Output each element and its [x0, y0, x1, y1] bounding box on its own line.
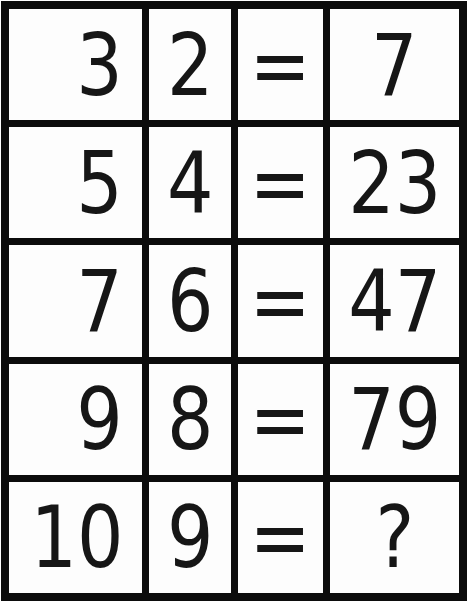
equals-sign: =	[250, 258, 311, 344]
cell-value: 7	[76, 258, 123, 344]
cell-value: 6	[167, 258, 214, 344]
cell-r1c4: 7	[330, 9, 459, 120]
cell-r4c2: 8	[149, 364, 231, 475]
cell-r2c2: 4	[149, 127, 231, 238]
cell-value: 10	[30, 494, 123, 580]
puzzle-grid: 3 2 = 7 5 4 = 23 7 6 = 47 9 8 = 79 10 9 …	[1, 1, 467, 601]
cell-r2c1: 5	[9, 127, 142, 238]
cell-value: 7	[371, 22, 418, 108]
cell-value: 79	[348, 376, 441, 462]
cell-r2c4: 23	[330, 127, 459, 238]
cell-r1c3: =	[238, 9, 323, 120]
cell-value: 9	[167, 494, 214, 580]
cell-r5c3: =	[238, 482, 323, 593]
cell-value: 4	[167, 140, 214, 226]
cell-value: 3	[76, 22, 123, 108]
cell-value: 8	[167, 376, 214, 462]
cell-r3c2: 6	[149, 245, 231, 356]
cell-r4c3: =	[238, 364, 323, 475]
cell-r4c1: 9	[9, 364, 142, 475]
question-mark: ?	[375, 494, 414, 580]
cell-r2c3: =	[238, 127, 323, 238]
cell-r3c4: 47	[330, 245, 459, 356]
cell-value: 2	[167, 22, 214, 108]
cell-r1c2: 2	[149, 9, 231, 120]
cell-r5c2: 9	[149, 482, 231, 593]
cell-r3c3: =	[238, 245, 323, 356]
cell-value: 23	[348, 140, 441, 226]
cell-value: 47	[348, 258, 441, 344]
equals-sign: =	[250, 140, 311, 226]
equals-sign: =	[250, 376, 311, 462]
equals-sign: =	[250, 494, 311, 580]
cell-r1c1: 3	[9, 9, 142, 120]
cell-r4c4: 79	[330, 364, 459, 475]
cell-r3c1: 7	[9, 245, 142, 356]
cell-r5c4: ?	[330, 482, 459, 593]
cell-r5c1: 10	[9, 482, 142, 593]
cell-value: 5	[76, 140, 123, 226]
equals-sign: =	[250, 22, 311, 108]
cell-value: 9	[76, 376, 123, 462]
